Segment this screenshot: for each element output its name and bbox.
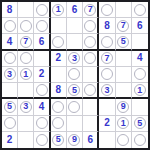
odd-circle-icon [101,4,113,16]
cell-r9c8[interactable] [116,132,132,148]
cell-r3c4[interactable] [51,34,67,50]
cell-r5c7[interactable] [99,67,115,83]
cell-r3c8: 5 [116,34,132,50]
cell-r4c2[interactable] [18,51,34,67]
cell-r5c4[interactable] [51,67,67,83]
cell-r3c2: 7 [18,34,34,50]
cell-r2c1[interactable] [2,18,18,34]
cell-r7c7[interactable] [99,99,115,115]
odd-circle-icon [134,4,146,16]
cell-r1c7[interactable] [99,2,115,18]
given-digit: 5 [7,102,12,111]
cell-r1c1: 8 [2,2,18,18]
cell-r1c5: 6 [67,2,83,18]
given-digit: 1 [137,86,142,95]
given-digit: 9 [72,135,77,144]
odd-circle-icon [52,117,64,129]
given-digit: 1 [121,119,126,128]
odd-circle-icon [84,20,96,32]
given-digit: 8 [55,85,61,95]
given-digit: 2 [7,135,13,145]
odd-circle-icon: 7 [117,20,129,32]
odd-circle-icon: 3 [68,52,80,64]
odd-circle-icon: 5 [68,84,80,96]
cell-r1c4: 1 [51,2,67,18]
cell-r6c5: 5 [67,83,83,99]
cell-r2c2[interactable] [18,18,34,34]
odd-circle-icon: 7 [84,4,96,16]
given-digit: 3 [104,86,109,95]
cell-r6c7: 3 [99,83,115,99]
odd-circle-icon: 7 [20,36,32,48]
odd-circle-icon: 3 [20,101,32,113]
given-digit: 5 [72,86,77,95]
given-digit: 4 [7,37,13,47]
cell-r6c8[interactable] [116,83,132,99]
cell-r5c5[interactable] [67,67,83,83]
given-digit: 2 [55,53,61,63]
odd-circle-icon: 5 [134,117,146,129]
cell-r8c9: 5 [132,116,148,132]
cell-r6c6[interactable] [83,83,99,99]
cell-r9c5: 9 [67,132,83,148]
cell-r3c3: 6 [34,34,50,50]
odd-circle-icon [4,117,16,129]
cell-r3c7[interactable] [99,34,115,50]
cell-r2c9: 6 [132,18,148,34]
odd-circle-icon [4,52,16,64]
odd-circle-icon: 9 [117,101,129,113]
odd-circle-icon [4,20,16,32]
cell-r4c4: 2 [51,51,67,67]
given-digit: 5 [121,37,126,46]
given-digit: 8 [7,5,13,15]
cell-r9c7[interactable] [99,132,115,148]
cell-r5c1: 3 [2,67,18,83]
cell-r8c2[interactable] [18,116,34,132]
cell-r1c6: 7 [83,2,99,18]
odd-circle-icon [84,36,96,48]
cell-r6c4: 8 [51,83,67,99]
odd-circle-icon [36,84,48,96]
odd-circle-icon [68,101,80,113]
given-digit: 7 [121,21,126,30]
odd-circle-icon: 1 [20,68,32,80]
cell-r1c3[interactable] [34,2,50,18]
given-digit: 3 [23,102,28,111]
cell-r7c9[interactable] [132,99,148,115]
odd-circle-icon [117,134,129,146]
odd-circle-icon: 1 [117,117,129,129]
odd-circle-icon: 3 [4,68,16,80]
cell-r4c3[interactable] [34,51,50,67]
cell-r7c4[interactable] [51,99,67,115]
given-digit: 5 [56,135,61,144]
sudoku-board: 816787647652374312853153492152596 [0,0,150,150]
odd-circle-icon: 5 [52,134,64,146]
cell-r9c9[interactable] [132,132,148,148]
given-digit: 7 [88,5,93,14]
cell-r7c6[interactable] [83,99,99,115]
given-digit: 3 [72,54,77,63]
given-digit: 7 [23,37,28,46]
given-digit: 6 [137,21,143,31]
given-digit: 9 [121,102,126,111]
odd-circle-icon [52,101,64,113]
cell-r8c4[interactable] [51,116,67,132]
cell-r2c6[interactable] [83,18,99,34]
cell-r4c1[interactable] [2,51,18,67]
cell-r4c7: 7 [99,51,115,67]
odd-circle-icon [134,68,146,80]
cell-r6c9: 1 [132,83,148,99]
odd-circle-icon [134,134,146,146]
odd-circle-icon [36,134,48,146]
cell-r9c4: 5 [51,132,67,148]
given-digit: 4 [137,53,143,63]
cell-r9c1: 2 [2,132,18,148]
odd-circle-icon: 9 [68,134,80,146]
given-digit: 1 [23,70,28,79]
odd-circle-icon: 3 [101,84,113,96]
odd-circle-icon [20,52,32,64]
cell-r8c8: 1 [116,116,132,132]
given-digit: 2 [104,118,110,128]
cell-r6c3[interactable] [34,83,50,99]
cell-r1c9[interactable] [132,2,148,18]
given-digit: 4 [39,102,45,112]
cell-r8c7: 2 [99,116,115,132]
cell-r3c9[interactable] [132,34,148,50]
given-digit: 7 [104,54,109,63]
cell-r1c2[interactable] [18,2,34,18]
odd-circle-icon [36,20,48,32]
odd-circle-icon: 7 [101,52,113,64]
cell-r5c8[interactable] [116,67,132,83]
cell-r2c3[interactable] [34,18,50,34]
cell-r6c2[interactable] [18,83,34,99]
cell-r1c8[interactable] [116,2,132,18]
cell-r5c3: 2 [34,67,50,83]
odd-circle-icon [20,20,32,32]
cell-r8c3[interactable] [34,116,50,132]
given-digit: 2 [39,69,45,79]
odd-circle-icon [68,68,80,80]
cell-r6c1[interactable] [2,83,18,99]
odd-circle-icon: 5 [4,101,16,113]
cell-r5c9[interactable] [132,67,148,83]
odd-circle-icon [84,52,96,64]
cell-r7c5[interactable] [67,99,83,115]
given-digit: 6 [72,5,78,15]
given-digit: 3 [7,70,12,79]
cell-r5c2: 1 [18,67,34,83]
cell-r9c2[interactable] [18,132,34,148]
given-digit: 5 [137,119,142,128]
cell-r7c2: 3 [18,99,34,115]
cell-r2c5[interactable] [67,18,83,34]
cell-r8c5[interactable] [67,116,83,132]
cell-r3c5[interactable] [67,34,83,50]
odd-circle-icon [36,4,48,16]
cell-r3c6[interactable] [83,34,99,50]
odd-circle-icon [101,36,113,48]
cell-r7c1: 5 [2,99,18,115]
odd-circle-icon [84,84,96,96]
cell-r7c3: 4 [34,99,50,115]
odd-circle-icon: 5 [117,36,129,48]
cell-r9c3[interactable] [34,132,50,148]
given-digit: 6 [87,135,93,145]
given-digit: 6 [39,37,45,47]
given-digit: 8 [104,21,110,31]
cell-r2c7: 8 [99,18,115,34]
cell-r4c9: 4 [132,51,148,67]
cell-r7c8: 9 [116,99,132,115]
cell-r5c6[interactable] [83,67,99,83]
cell-r3c1: 4 [2,34,18,50]
cell-r4c6[interactable] [83,51,99,67]
given-digit: 1 [56,5,61,14]
odd-circle-icon: 1 [134,84,146,96]
cell-r8c6[interactable] [83,116,99,132]
cell-r4c5: 3 [67,51,83,67]
odd-circle-icon: 1 [52,4,64,16]
cell-r4c8[interactable] [116,51,132,67]
cell-r9c6: 6 [83,132,99,148]
cell-r2c8: 7 [116,18,132,34]
cell-r2c4[interactable] [51,18,67,34]
odd-circle-icon [52,36,64,48]
odd-circle-icon [36,117,48,129]
odd-circle-icon [101,68,113,80]
cell-r8c1[interactable] [2,116,18,132]
